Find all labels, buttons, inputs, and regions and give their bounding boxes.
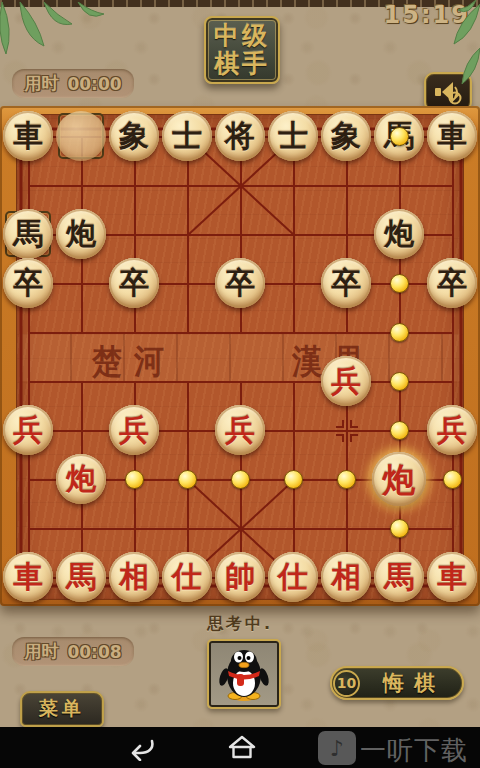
bamboo-leaves-right — [440, 0, 480, 110]
piece-glyph: 士 — [278, 121, 308, 151]
piece-black-soldier[interactable]: 卒 — [321, 258, 371, 308]
piece-red-elephant[interactable]: 相 — [321, 552, 371, 602]
piece-glyph: 相 — [331, 562, 361, 592]
piece-red-advisor[interactable]: 仕 — [162, 552, 212, 602]
piece-red-horse[interactable]: 馬 — [56, 552, 106, 602]
piece-glyph: 士 — [172, 121, 202, 151]
piece-black-horse[interactable]: 馬 — [3, 209, 53, 259]
player-time-box: 用时 00:08 — [12, 637, 134, 666]
move-target-dot[interactable] — [443, 470, 462, 489]
undo-button[interactable]: 10 悔棋 — [330, 666, 464, 700]
piece-red-chariot[interactable]: 車 — [427, 552, 477, 602]
piece-red-cannon[interactable]: 炮 — [372, 452, 426, 506]
piece-red-chariot[interactable]: 車 — [3, 552, 53, 602]
move-target-dot[interactable] — [390, 519, 409, 538]
home-icon[interactable] — [226, 733, 258, 761]
piece-red-soldier[interactable]: 兵 — [109, 405, 159, 455]
piece-red-soldier[interactable]: 兵 — [427, 405, 477, 455]
player-avatar[interactable] — [207, 639, 281, 709]
move-target-dot[interactable] — [390, 274, 409, 293]
piece-black-general[interactable]: 将 — [215, 111, 265, 161]
qq-penguin-icon — [215, 645, 273, 703]
opponent-level-badge: 中级 棋手 — [204, 16, 280, 84]
piece-glyph: 炮 — [383, 463, 416, 496]
move-target-dot[interactable] — [125, 470, 144, 489]
level-badge-line2: 棋手 — [214, 50, 270, 78]
move-target-dot[interactable] — [390, 421, 409, 440]
move-target-dot[interactable] — [390, 323, 409, 342]
piece-glyph: 兵 — [225, 415, 255, 445]
piece-red-general[interactable]: 帥 — [215, 552, 265, 602]
piece-black-cannon[interactable]: 炮 — [56, 209, 106, 259]
piece-red-cannon[interactable]: 炮 — [56, 454, 106, 504]
piece-red-horse[interactable]: 馬 — [374, 552, 424, 602]
piece-red-elephant[interactable]: 相 — [109, 552, 159, 602]
piece-glyph: 車 — [13, 562, 43, 592]
move-target-dot[interactable] — [390, 372, 409, 391]
piece-red-soldier[interactable]: 兵 — [321, 356, 371, 406]
pieces-layer: 車象士将士象馬車馬炮炮卒卒卒卒卒兵兵兵兵兵炮炮車馬相仕帥仕相馬車 — [0, 106, 480, 606]
piece-black-soldier[interactable]: 卒 — [3, 258, 53, 308]
thinking-status: 思考中. — [0, 614, 480, 635]
opponent-time-label: 用时 — [24, 72, 58, 95]
piece-glyph: 兵 — [437, 415, 467, 445]
move-target-dot[interactable] — [390, 127, 409, 146]
piece-glyph: 兵 — [13, 415, 43, 445]
move-target-dot[interactable] — [284, 470, 303, 489]
bamboo-leaves-left — [0, 2, 110, 72]
xiangqi-board[interactable]: 楚河 漢界 車象士将士象馬車馬炮炮卒卒卒卒卒兵兵兵兵兵炮炮車馬相仕帥仕相馬車 — [0, 106, 480, 606]
piece-glyph: 馬 — [384, 562, 414, 592]
ghost-piece-origin — [56, 111, 106, 161]
piece-glyph: 仕 — [278, 562, 308, 592]
piece-glyph: 卒 — [225, 268, 255, 298]
player-time-label: 用时 — [24, 640, 58, 663]
opponent-time-value: 00:00 — [67, 74, 121, 94]
piece-black-chariot[interactable]: 車 — [3, 111, 53, 161]
piece-glyph: 炮 — [66, 464, 96, 494]
watermark-app-icon: ♪ — [318, 731, 356, 765]
move-target-dot[interactable] — [231, 470, 250, 489]
piece-glyph: 炮 — [66, 219, 96, 249]
undo-count-badge: 10 — [333, 670, 360, 697]
player-time-value: 00:08 — [67, 642, 121, 662]
piece-glyph: 車 — [13, 121, 43, 151]
piece-glyph: 車 — [437, 121, 467, 151]
piece-glyph: 帥 — [225, 562, 255, 592]
piece-black-advisor[interactable]: 士 — [268, 111, 318, 161]
piece-glyph: 兵 — [119, 415, 149, 445]
piece-black-advisor[interactable]: 士 — [162, 111, 212, 161]
piece-glyph: 象 — [119, 121, 149, 151]
piece-red-advisor[interactable]: 仕 — [268, 552, 318, 602]
piece-black-elephant[interactable]: 象 — [109, 111, 159, 161]
move-target-dot[interactable] — [337, 470, 356, 489]
piece-red-soldier[interactable]: 兵 — [215, 405, 265, 455]
piece-glyph: 象 — [331, 121, 361, 151]
move-target-dot[interactable] — [178, 470, 197, 489]
piece-glyph: 相 — [119, 562, 149, 592]
piece-black-soldier[interactable]: 卒 — [215, 258, 265, 308]
piece-glyph: 車 — [437, 562, 467, 592]
menu-button-label: 菜单 — [39, 696, 85, 722]
undo-button-label: 悔棋 — [360, 669, 462, 697]
piece-glyph: 炮 — [384, 219, 414, 249]
piece-black-soldier[interactable]: 卒 — [427, 258, 477, 308]
watermark-text: 一听下载 — [360, 733, 468, 768]
piece-glyph: 将 — [225, 121, 255, 151]
piece-glyph: 馬 — [66, 562, 96, 592]
piece-glyph: 馬 — [13, 219, 43, 249]
menu-button[interactable]: 菜单 — [20, 691, 104, 727]
piece-glyph: 仕 — [172, 562, 202, 592]
piece-glyph: 卒 — [437, 268, 467, 298]
level-badge-line1: 中级 — [214, 22, 270, 50]
opponent-time-box: 用时 00:00 — [12, 69, 134, 98]
piece-glyph: 卒 — [119, 268, 149, 298]
piece-black-cannon[interactable]: 炮 — [374, 209, 424, 259]
piece-glyph: 卒 — [331, 268, 361, 298]
piece-black-elephant[interactable]: 象 — [321, 111, 371, 161]
piece-black-soldier[interactable]: 卒 — [109, 258, 159, 308]
piece-glyph: 兵 — [331, 366, 361, 396]
back-icon[interactable] — [124, 733, 158, 761]
piece-glyph: 卒 — [13, 268, 43, 298]
piece-black-chariot[interactable]: 車 — [427, 111, 477, 161]
piece-red-soldier[interactable]: 兵 — [3, 405, 53, 455]
